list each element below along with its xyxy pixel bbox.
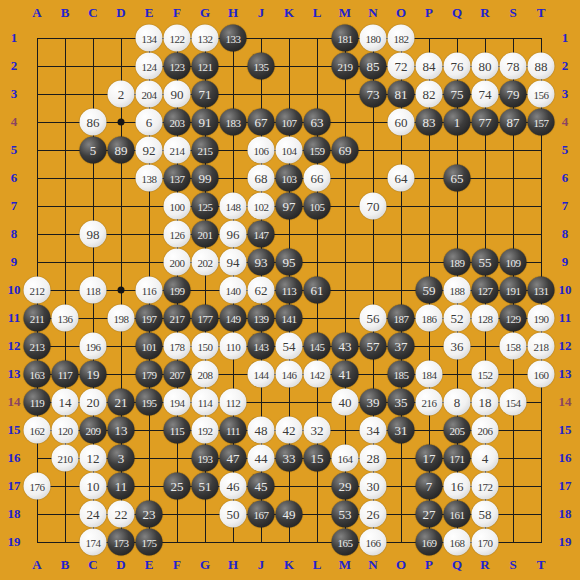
- row-label: 12: [8, 338, 21, 354]
- stone-white[interactable]: 140: [220, 277, 247, 304]
- stone-black[interactable]: 145: [304, 333, 331, 360]
- column-label: T: [537, 5, 546, 21]
- stone-move-number: 180: [366, 32, 381, 44]
- stone-white[interactable]: 182: [388, 25, 415, 52]
- stone-move-number: 132: [198, 32, 213, 44]
- stone-black[interactable]: 93: [248, 249, 275, 276]
- stone-move-number: 101: [142, 340, 157, 352]
- stone-white[interactable]: 146: [276, 361, 303, 388]
- stone-white[interactable]: 94: [220, 249, 247, 276]
- column-label: A: [32, 557, 41, 573]
- stone-black[interactable]: 83: [416, 109, 443, 136]
- stone-black[interactable]: 131: [528, 277, 555, 304]
- row-label: 2: [11, 58, 18, 74]
- stone-move-number: 27: [423, 506, 436, 522]
- stone-white[interactable]: 188: [444, 277, 471, 304]
- stone-move-number: 194: [170, 396, 185, 408]
- stone-move-number: 75: [451, 86, 464, 102]
- stone-white[interactable]: 204: [136, 81, 163, 108]
- stone-white[interactable]: 28: [360, 445, 387, 472]
- stone-move-number: 71: [199, 86, 212, 102]
- stone-move-number: 20: [87, 394, 100, 410]
- stone-white[interactable]: 62: [248, 277, 275, 304]
- stone-black[interactable]: 7: [416, 473, 443, 500]
- stone-white[interactable]: 212: [24, 277, 51, 304]
- stone-black[interactable]: 79: [500, 81, 527, 108]
- stone-white[interactable]: 150: [192, 333, 219, 360]
- stone-white[interactable]: 180: [360, 25, 387, 52]
- stone-white[interactable]: 92: [136, 137, 163, 164]
- stone-black[interactable]: 211: [24, 305, 51, 332]
- stone-white[interactable]: 12: [80, 445, 107, 472]
- stone-white[interactable]: 216: [416, 389, 443, 416]
- stone-move-number: 141: [282, 312, 297, 324]
- stone-white[interactable]: 160: [528, 361, 555, 388]
- stone-white[interactable]: 4: [472, 445, 499, 472]
- column-label: B: [61, 557, 70, 573]
- column-label: R: [480, 557, 489, 573]
- stone-black[interactable]: 215: [192, 137, 219, 164]
- stone-white[interactable]: 52: [444, 305, 471, 332]
- stone-black[interactable]: 65: [444, 165, 471, 192]
- stone-move-number: 164: [338, 452, 353, 464]
- stone-white[interactable]: 142: [304, 361, 331, 388]
- stone-black[interactable]: 17: [416, 445, 443, 472]
- stone-move-number: 181: [338, 32, 353, 44]
- stone-white[interactable]: 184: [416, 361, 443, 388]
- stone-white[interactable]: 32: [304, 417, 331, 444]
- stone-black[interactable]: 21: [108, 389, 135, 416]
- stone-move-number: 42: [283, 422, 296, 438]
- stone-black[interactable]: 119: [24, 389, 51, 416]
- column-label: Q: [452, 5, 462, 21]
- stone-move-number: 205: [450, 424, 465, 436]
- stone-move-number: 189: [450, 256, 465, 268]
- stone-move-number: 171: [450, 452, 465, 464]
- stone-white[interactable]: 78: [500, 53, 527, 80]
- stone-white[interactable]: 154: [500, 389, 527, 416]
- stone-black[interactable]: 3: [108, 445, 135, 472]
- column-label: C: [88, 557, 97, 573]
- stone-black[interactable]: 185: [388, 361, 415, 388]
- stone-white[interactable]: 100: [164, 193, 191, 220]
- row-label: 11: [559, 310, 571, 326]
- stone-black[interactable]: 115: [164, 417, 191, 444]
- stone-move-number: 53: [339, 506, 352, 522]
- stone-black[interactable]: 107: [276, 109, 303, 136]
- stone-black[interactable]: 193: [192, 445, 219, 472]
- stone-move-number: 209: [86, 424, 101, 436]
- stone-white[interactable]: 132: [192, 25, 219, 52]
- stone-white[interactable]: 136: [52, 305, 79, 332]
- row-label: 2: [562, 58, 569, 74]
- stone-black[interactable]: 27: [416, 501, 443, 528]
- star-point: [118, 287, 125, 294]
- stone-white[interactable]: 208: [192, 361, 219, 388]
- stone-black[interactable]: 33: [276, 445, 303, 472]
- stone-white[interactable]: 122: [164, 25, 191, 52]
- stone-move-number: 84: [423, 58, 436, 74]
- stone-black[interactable]: 101: [136, 333, 163, 360]
- stone-white[interactable]: 178: [164, 333, 191, 360]
- stone-move-number: 139: [254, 312, 269, 324]
- stone-white[interactable]: 170: [472, 529, 499, 556]
- stone-white[interactable]: 22: [108, 501, 135, 528]
- stone-black[interactable]: 103: [276, 165, 303, 192]
- stone-move-number: 60: [395, 114, 408, 130]
- stone-black[interactable]: 75: [444, 81, 471, 108]
- stone-move-number: 149: [226, 312, 241, 324]
- stone-move-number: 179: [142, 368, 157, 380]
- stone-move-number: 92: [143, 142, 156, 158]
- stone-move-number: 188: [450, 284, 465, 296]
- stone-white[interactable]: 144: [248, 361, 275, 388]
- row-label: 15: [559, 422, 572, 438]
- stone-black[interactable]: 191: [500, 277, 527, 304]
- stone-white[interactable]: 80: [472, 53, 499, 80]
- stone-black[interactable]: 113: [276, 277, 303, 304]
- stone-white[interactable]: 16: [444, 473, 471, 500]
- stone-move-number: 54: [283, 338, 296, 354]
- stone-black[interactable]: 187: [388, 305, 415, 332]
- stone-white[interactable]: 176: [24, 473, 51, 500]
- stone-black[interactable]: 73: [360, 81, 387, 108]
- stone-white[interactable]: 166: [360, 529, 387, 556]
- stone-black[interactable]: 37: [388, 333, 415, 360]
- stone-black[interactable]: 157: [528, 109, 555, 136]
- stone-white[interactable]: 214: [164, 137, 191, 164]
- stone-move-number: 165: [338, 536, 353, 548]
- stone-white[interactable]: 86: [80, 109, 107, 136]
- stone-black[interactable]: 149: [220, 305, 247, 332]
- stone-move-number: 56: [367, 310, 380, 326]
- stone-white[interactable]: 24: [80, 501, 107, 528]
- row-label: 1: [562, 30, 569, 46]
- stone-black[interactable]: 31: [388, 417, 415, 444]
- stone-black[interactable]: 69: [332, 137, 359, 164]
- stone-black[interactable]: 109: [500, 249, 527, 276]
- stone-black[interactable]: 11: [108, 473, 135, 500]
- column-label: P: [425, 557, 433, 573]
- stone-white[interactable]: 70: [360, 193, 387, 220]
- stone-black[interactable]: 49: [276, 501, 303, 528]
- stone-white[interactable]: 196: [80, 333, 107, 360]
- stone-black[interactable]: 57: [360, 333, 387, 360]
- stone-white[interactable]: 54: [276, 333, 303, 360]
- stone-black[interactable]: 1: [444, 109, 471, 136]
- stone-black[interactable]: 181: [332, 25, 359, 52]
- stone-white[interactable]: 114: [192, 389, 219, 416]
- stone-white[interactable]: 72: [388, 53, 415, 80]
- stone-white[interactable]: 116: [136, 277, 163, 304]
- stone-move-number: 172: [478, 480, 493, 492]
- stone-black[interactable]: 143: [248, 333, 275, 360]
- stone-black[interactable]: 183: [220, 109, 247, 136]
- stone-white[interactable]: 124: [136, 53, 163, 80]
- stone-white[interactable]: 152: [472, 361, 499, 388]
- stone-move-number: 183: [226, 116, 241, 128]
- stone-black[interactable]: 39: [360, 389, 387, 416]
- stone-white[interactable]: 148: [220, 193, 247, 220]
- stone-black[interactable]: 117: [52, 361, 79, 388]
- stone-black[interactable]: 121: [192, 53, 219, 80]
- stone-move-number: 3: [118, 450, 125, 466]
- stone-white[interactable]: 50: [220, 501, 247, 528]
- stone-black[interactable]: 47: [220, 445, 247, 472]
- stone-move-number: 36: [451, 338, 464, 354]
- stone-white[interactable]: 66: [304, 165, 331, 192]
- stone-move-number: 30: [367, 478, 380, 494]
- stone-white[interactable]: 46: [220, 473, 247, 500]
- stone-white[interactable]: 118: [80, 277, 107, 304]
- stone-move-number: 63: [311, 114, 324, 130]
- row-label: 1: [11, 30, 18, 46]
- stone-move-number: 197: [142, 312, 157, 324]
- stone-move-number: 66: [311, 170, 324, 186]
- stone-white[interactable]: 186: [416, 305, 443, 332]
- stone-black[interactable]: 159: [304, 137, 331, 164]
- column-label: J: [258, 5, 265, 21]
- stone-black[interactable]: 91: [192, 109, 219, 136]
- stone-white[interactable]: 168: [444, 529, 471, 556]
- stone-white[interactable]: 82: [416, 81, 443, 108]
- stone-move-number: 98: [87, 226, 100, 242]
- stone-black[interactable]: 197: [136, 305, 163, 332]
- stone-white[interactable]: 164: [332, 445, 359, 472]
- row-label: 13: [559, 366, 572, 382]
- stone-move-number: 126: [170, 228, 185, 240]
- stone-move-number: 175: [142, 536, 157, 548]
- stone-black[interactable]: 15: [304, 445, 331, 472]
- stone-white[interactable]: 134: [136, 25, 163, 52]
- stone-white[interactable]: 200: [164, 249, 191, 276]
- stone-white[interactable]: 190: [528, 305, 555, 332]
- stone-black[interactable]: 81: [388, 81, 415, 108]
- stone-black[interactable]: 179: [136, 361, 163, 388]
- stone-black[interactable]: 139: [248, 305, 275, 332]
- stone-white[interactable]: 30: [360, 473, 387, 500]
- row-label: 10: [559, 282, 572, 298]
- stone-white[interactable]: 8: [444, 389, 471, 416]
- stone-white[interactable]: 88: [528, 53, 555, 80]
- stone-black[interactable]: 25: [164, 473, 191, 500]
- stone-black[interactable]: 55: [472, 249, 499, 276]
- stone-black[interactable]: 5: [80, 137, 107, 164]
- stone-move-number: 43: [339, 338, 352, 354]
- stone-white[interactable]: 74: [472, 81, 499, 108]
- stone-black[interactable]: 147: [248, 221, 275, 248]
- stone-black[interactable]: 77: [472, 109, 499, 136]
- stone-black[interactable]: 213: [24, 333, 51, 360]
- stone-white[interactable]: 106: [248, 137, 275, 164]
- stone-white[interactable]: 156: [528, 81, 555, 108]
- stone-white[interactable]: 14: [52, 389, 79, 416]
- stone-white[interactable]: 210: [52, 445, 79, 472]
- stone-move-number: 119: [30, 396, 45, 408]
- stone-white[interactable]: 162: [24, 417, 51, 444]
- stone-white[interactable]: 96: [220, 221, 247, 248]
- stone-black[interactable]: 207: [164, 361, 191, 388]
- stone-move-number: 169: [422, 536, 437, 548]
- stone-black[interactable]: 175: [136, 529, 163, 556]
- stone-black[interactable]: 125: [192, 193, 219, 220]
- stone-white[interactable]: 192: [192, 417, 219, 444]
- stone-white[interactable]: 34: [360, 417, 387, 444]
- stone-white[interactable]: 44: [248, 445, 275, 472]
- row-label: 7: [11, 198, 18, 214]
- stone-white[interactable]: 158: [500, 333, 527, 360]
- stone-black[interactable]: 135: [248, 53, 275, 80]
- stone-white[interactable]: 198: [108, 305, 135, 332]
- stone-black[interactable]: 95: [276, 249, 303, 276]
- stone-black[interactable]: 167: [248, 501, 275, 528]
- stone-white[interactable]: 104: [276, 137, 303, 164]
- stone-white[interactable]: 126: [164, 221, 191, 248]
- stone-move-number: 177: [198, 312, 213, 324]
- stone-white[interactable]: 90: [164, 81, 191, 108]
- stone-white[interactable]: 64: [388, 165, 415, 192]
- stone-black[interactable]: 219: [332, 53, 359, 80]
- stone-move-number: 136: [58, 312, 73, 324]
- stone-move-number: 116: [142, 284, 157, 296]
- stone-move-number: 95: [283, 254, 296, 270]
- stone-black[interactable]: 203: [164, 109, 191, 136]
- stone-black[interactable]: 53: [332, 501, 359, 528]
- stone-white[interactable]: 98: [80, 221, 107, 248]
- stone-black[interactable]: 23: [136, 501, 163, 528]
- stone-white[interactable]: 68: [248, 165, 275, 192]
- stone-black[interactable]: 141: [276, 305, 303, 332]
- stone-white[interactable]: 10: [80, 473, 107, 500]
- stone-black[interactable]: 201: [192, 221, 219, 248]
- stone-white[interactable]: 26: [360, 501, 387, 528]
- stone-move-number: 99: [199, 170, 212, 186]
- stone-black[interactable]: 35: [388, 389, 415, 416]
- stone-black[interactable]: 97: [276, 193, 303, 220]
- stone-black[interactable]: 71: [192, 81, 219, 108]
- stone-black[interactable]: 133: [220, 25, 247, 52]
- stone-white[interactable]: 36: [444, 333, 471, 360]
- stone-black[interactable]: 29: [332, 473, 359, 500]
- stone-white[interactable]: 20: [80, 389, 107, 416]
- stone-move-number: 192: [198, 424, 213, 436]
- stone-black[interactable]: 111: [220, 417, 247, 444]
- stone-move-number: 81: [395, 86, 408, 102]
- stone-black[interactable]: 189: [444, 249, 471, 276]
- stone-black[interactable]: 205: [444, 417, 471, 444]
- stone-black[interactable]: 45: [248, 473, 275, 500]
- column-label: L: [313, 557, 322, 573]
- stone-white[interactable]: 218: [528, 333, 555, 360]
- stone-black[interactable]: 59: [416, 277, 443, 304]
- stone-black[interactable]: 43: [332, 333, 359, 360]
- stone-white[interactable]: 194: [164, 389, 191, 416]
- stone-white[interactable]: 110: [220, 333, 247, 360]
- stone-white[interactable]: 120: [52, 417, 79, 444]
- stone-white[interactable]: 56: [360, 305, 387, 332]
- column-label: O: [396, 557, 406, 573]
- stone-black[interactable]: 63: [304, 109, 331, 136]
- stone-black[interactable]: 61: [304, 277, 331, 304]
- stone-black[interactable]: 41: [332, 361, 359, 388]
- stone-black[interactable]: 199: [164, 277, 191, 304]
- stone-black[interactable]: 129: [500, 305, 527, 332]
- stone-white[interactable]: 6: [136, 109, 163, 136]
- stone-move-number: 35: [395, 394, 408, 410]
- stone-white[interactable]: 84: [416, 53, 443, 80]
- stone-move-number: 37: [395, 338, 408, 354]
- stone-white[interactable]: 202: [192, 249, 219, 276]
- stone-black[interactable]: 209: [80, 417, 107, 444]
- stone-black[interactable]: 99: [192, 165, 219, 192]
- stone-black[interactable]: 19: [80, 361, 107, 388]
- go-board[interactable]: AABBCCDDEEFFGGHHJJKKLLMMNNOOPPQQRRSSTT11…: [0, 0, 580, 580]
- stone-white[interactable]: 102: [248, 193, 275, 220]
- stone-move-number: 121: [198, 60, 213, 72]
- stone-black[interactable]: 85: [360, 53, 387, 80]
- stone-white[interactable]: 48: [248, 417, 275, 444]
- stone-black[interactable]: 123: [164, 53, 191, 80]
- stone-move-number: 123: [170, 60, 185, 72]
- column-label: R: [480, 5, 489, 21]
- stone-white[interactable]: 128: [472, 305, 499, 332]
- column-label: Q: [452, 557, 462, 573]
- stone-black[interactable]: 87: [500, 109, 527, 136]
- stone-black[interactable]: 169: [416, 529, 443, 556]
- stone-black[interactable]: 67: [248, 109, 275, 136]
- stone-white[interactable]: 58: [472, 501, 499, 528]
- stone-black[interactable]: 171: [444, 445, 471, 472]
- stone-move-number: 111: [226, 424, 240, 436]
- stone-white[interactable]: 172: [472, 473, 499, 500]
- stone-white[interactable]: 76: [444, 53, 471, 80]
- stone-move-number: 174: [86, 536, 101, 548]
- stone-black[interactable]: 51: [192, 473, 219, 500]
- stone-white[interactable]: 138: [136, 165, 163, 192]
- stone-white[interactable]: 42: [276, 417, 303, 444]
- stone-move-number: 148: [226, 200, 241, 212]
- column-label: S: [509, 5, 516, 21]
- stone-black[interactable]: 137: [164, 165, 191, 192]
- stone-white[interactable]: 40: [332, 389, 359, 416]
- stone-black[interactable]: 173: [108, 529, 135, 556]
- stone-white[interactable]: 112: [220, 389, 247, 416]
- stone-black[interactable]: 195: [136, 389, 163, 416]
- stone-move-number: 80: [479, 58, 492, 74]
- column-label: B: [61, 5, 70, 21]
- stone-black[interactable]: 13: [108, 417, 135, 444]
- stone-white[interactable]: 206: [472, 417, 499, 444]
- stone-move-number: 216: [422, 396, 437, 408]
- stone-black[interactable]: 177: [192, 305, 219, 332]
- stone-black[interactable]: 163: [24, 361, 51, 388]
- row-label: 18: [8, 506, 21, 522]
- stone-white[interactable]: 18: [472, 389, 499, 416]
- stone-black[interactable]: 217: [164, 305, 191, 332]
- stone-white[interactable]: 2: [108, 81, 135, 108]
- stone-move-number: 13: [115, 422, 128, 438]
- stone-black[interactable]: 89: [108, 137, 135, 164]
- column-label: D: [116, 5, 125, 21]
- stone-black[interactable]: 165: [332, 529, 359, 556]
- column-label: G: [200, 557, 210, 573]
- stone-black[interactable]: 127: [472, 277, 499, 304]
- stone-black[interactable]: 105: [304, 193, 331, 220]
- stone-white[interactable]: 60: [388, 109, 415, 136]
- stone-black[interactable]: 161: [444, 501, 471, 528]
- column-label: O: [396, 5, 406, 21]
- stone-white[interactable]: 174: [80, 529, 107, 556]
